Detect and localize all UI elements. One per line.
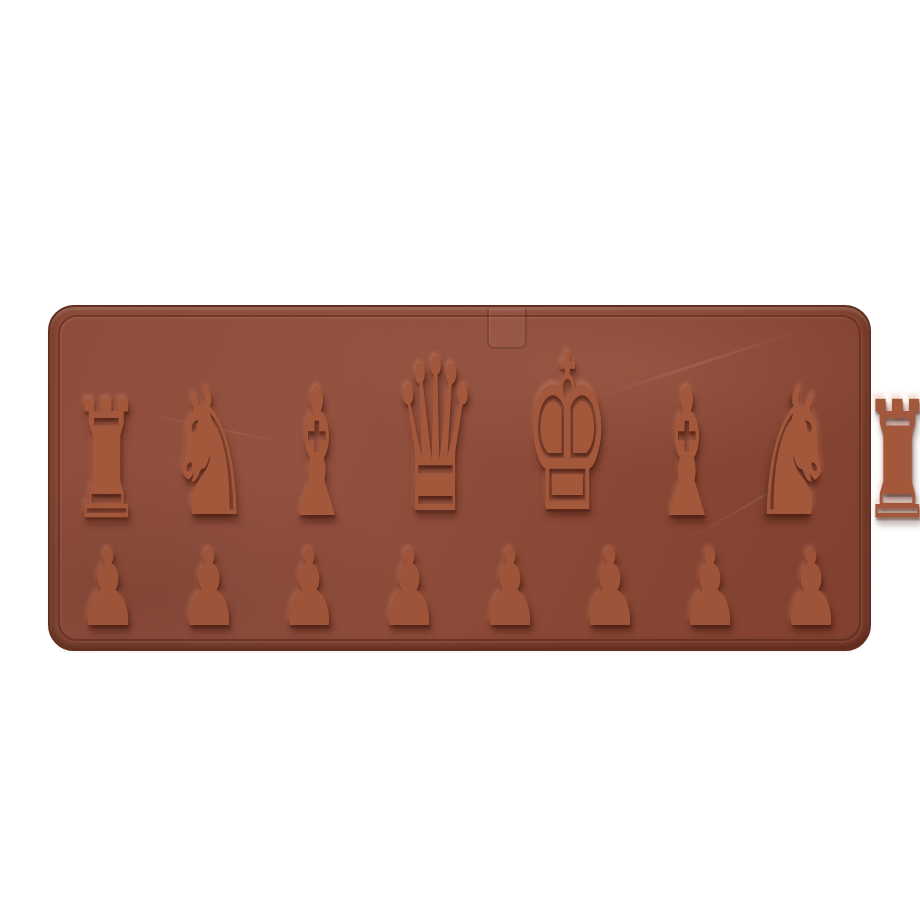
pawn-cavity-1: ♟	[78, 536, 138, 641]
chocolate-mold-tray: ♜ ♞ ♝ ♛ ♚ ♝ ♞ ♜ ♟ ♟ ♟ ♟ ♟ ♟ ♟ ♟	[48, 305, 871, 651]
bishop-cavity-queenside: ♝	[282, 365, 352, 542]
mold-inner-rim	[58, 315, 861, 641]
bishop-cavity-kingside: ♝	[652, 365, 722, 542]
pawn-cavity-2: ♟	[178, 536, 238, 641]
knight-cavity-kingside: ♞	[751, 365, 836, 542]
major-pieces-row: ♜ ♞ ♝ ♛ ♚ ♝ ♞ ♜	[58, 307, 861, 542]
pawn-cavity-6: ♟	[580, 536, 640, 641]
pawn-cavity-4: ♟	[379, 536, 439, 641]
pawns-row: ♟ ♟ ♟ ♟ ♟ ♟ ♟ ♟	[58, 307, 861, 641]
pawn-cavity-3: ♟	[279, 536, 339, 641]
king-cavity: ♚	[523, 327, 611, 542]
rook-cavity-kingside: ♜	[862, 380, 920, 542]
surface-scuff	[682, 452, 839, 544]
surface-scuff	[141, 411, 288, 444]
pawn-cavity-5: ♟	[480, 536, 540, 641]
product-photo-scene: ♜ ♞ ♝ ♛ ♚ ♝ ♞ ♜ ♟ ♟ ♟ ♟ ♟ ♟ ♟ ♟	[0, 0, 920, 920]
pawn-cavity-8: ♟	[781, 536, 841, 641]
knight-cavity-queenside: ♞	[167, 365, 252, 542]
surface-scuff	[595, 328, 805, 399]
queen-cavity: ♛	[392, 330, 478, 542]
mold-hang-tab	[487, 309, 527, 349]
pawn-cavity-7: ♟	[680, 536, 740, 641]
rook-cavity-queenside: ♜	[72, 380, 142, 542]
